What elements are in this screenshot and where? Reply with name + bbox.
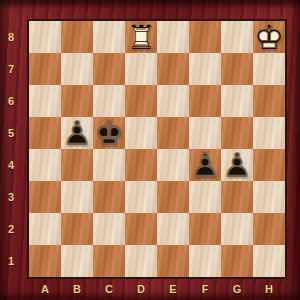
file-label-a: A [29,280,61,298]
rank-label-3: 3 [0,181,22,213]
file-label-d: D [125,280,157,298]
rank-label-4: 4 [0,149,22,181]
file-label-c: C [93,280,125,298]
square-b4[interactable] [61,149,93,181]
rank-label-2: 2 [0,213,22,245]
square-g3[interactable] [221,181,253,213]
square-c1[interactable] [93,245,125,277]
square-b2[interactable] [61,213,93,245]
square-a8[interactable] [29,21,61,53]
square-e5[interactable] [157,117,189,149]
file-label-g: G [221,280,253,298]
piece-white-king-h8[interactable]: ♚♔ [253,21,285,53]
king-glyph-outline: ♔ [253,21,285,53]
square-d1[interactable] [125,245,157,277]
square-d5[interactable] [125,117,157,149]
rank-label-6: 6 [0,85,22,117]
file-label-b: B [61,280,93,298]
square-e4[interactable] [157,149,189,181]
square-b5[interactable]: ♟♙ [61,117,93,149]
square-a4[interactable] [29,149,61,181]
square-d2[interactable] [125,213,157,245]
square-g2[interactable] [221,213,253,245]
square-g8[interactable] [221,21,253,53]
rook-glyph-outline: ♖ [125,21,157,53]
square-e2[interactable] [157,213,189,245]
chess-diagram: 87654321 ABCDEFGH ♜♖♚♔♟♙♚♔♟♙♟♙ [0,0,300,300]
square-e1[interactable] [157,245,189,277]
square-e7[interactable] [157,53,189,85]
square-c2[interactable] [93,213,125,245]
chess-board: ♜♖♚♔♟♙♚♔♟♙♟♙ [27,19,287,279]
square-a5[interactable] [29,117,61,149]
pawn-glyph-outline: ♙ [189,149,221,181]
square-a7[interactable] [29,53,61,85]
square-a2[interactable] [29,213,61,245]
square-e3[interactable] [157,181,189,213]
square-d7[interactable] [125,53,157,85]
square-c7[interactable] [93,53,125,85]
square-f8[interactable] [189,21,221,53]
square-d4[interactable] [125,149,157,181]
square-f3[interactable] [189,181,221,213]
pawn-glyph-outline: ♙ [221,149,253,181]
rank-labels: 87654321 [0,21,22,277]
file-labels: ABCDEFGH [29,280,285,298]
square-h8[interactable]: ♚♔ [253,21,285,53]
square-e8[interactable] [157,21,189,53]
piece-black-king-c5[interactable]: ♚♔ [93,117,125,149]
square-a1[interactable] [29,245,61,277]
square-a3[interactable] [29,181,61,213]
square-h6[interactable] [253,85,285,117]
square-c3[interactable] [93,181,125,213]
file-label-f: F [189,280,221,298]
square-g1[interactable] [221,245,253,277]
piece-black-pawn-b5[interactable]: ♟♙ [61,117,93,149]
square-f6[interactable] [189,85,221,117]
square-c8[interactable] [93,21,125,53]
square-g6[interactable] [221,85,253,117]
square-h3[interactable] [253,181,285,213]
square-f2[interactable] [189,213,221,245]
square-h1[interactable] [253,245,285,277]
square-h5[interactable] [253,117,285,149]
square-f1[interactable] [189,245,221,277]
square-a6[interactable] [29,85,61,117]
square-g7[interactable] [221,53,253,85]
square-d6[interactable] [125,85,157,117]
king-glyph-outline: ♔ [93,117,125,149]
piece-white-rook-d8[interactable]: ♜♖ [125,21,157,53]
rank-label-5: 5 [0,117,22,149]
square-h7[interactable] [253,53,285,85]
square-d3[interactable] [125,181,157,213]
square-c5[interactable]: ♚♔ [93,117,125,149]
square-b7[interactable] [61,53,93,85]
square-b3[interactable] [61,181,93,213]
square-c4[interactable] [93,149,125,181]
square-b8[interactable] [61,21,93,53]
file-label-e: E [157,280,189,298]
piece-black-pawn-g4[interactable]: ♟♙ [221,149,253,181]
square-f7[interactable] [189,53,221,85]
pawn-glyph-outline: ♙ [61,117,93,149]
square-g4[interactable]: ♟♙ [221,149,253,181]
square-e6[interactable] [157,85,189,117]
square-f4[interactable]: ♟♙ [189,149,221,181]
rank-label-8: 8 [0,21,22,53]
file-label-h: H [253,280,285,298]
square-h2[interactable] [253,213,285,245]
square-h4[interactable] [253,149,285,181]
square-b1[interactable] [61,245,93,277]
rank-label-7: 7 [0,53,22,85]
piece-black-pawn-f4[interactable]: ♟♙ [189,149,221,181]
rank-label-1: 1 [0,245,22,277]
square-d8[interactable]: ♜♖ [125,21,157,53]
